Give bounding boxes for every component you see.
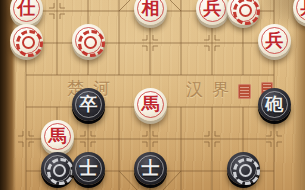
- hidden-rosette-pattern: [47, 158, 74, 185]
- piece-black-soldier[interactable]: 卒: [72, 88, 105, 121]
- piece-black-hidden[interactable]: [227, 152, 260, 185]
- piece-red-hidden[interactable]: [10, 24, 43, 57]
- piece-character: 兵: [266, 31, 284, 49]
- piece-black-advisor[interactable]: 士: [72, 152, 105, 185]
- piece-character: 士: [142, 159, 160, 177]
- seal-stamp: [238, 84, 251, 99]
- piece-red-soldier[interactable]: 兵: [258, 24, 291, 57]
- piece-character: 馬: [142, 95, 160, 113]
- piece-character: 兵: [204, 0, 222, 17]
- piece-character: 士: [80, 159, 98, 177]
- piece-black-advisor[interactable]: 士: [134, 152, 167, 185]
- piece-red-hidden[interactable]: [72, 24, 105, 57]
- xiangqi-board: 楚河 汉界 仕相兵兵卒馬砲馬士士 兵: [0, 0, 305, 190]
- piece-character: 砲: [266, 95, 284, 113]
- piece-character: 仕: [18, 0, 36, 17]
- piece-character: 卒: [80, 95, 98, 113]
- hidden-rosette-pattern: [78, 30, 105, 57]
- piece-black-hidden[interactable]: [41, 152, 74, 185]
- hidden-rosette-pattern: [16, 30, 43, 57]
- hidden-rosette-pattern: [233, 158, 260, 185]
- piece-red-horse[interactable]: 馬: [41, 120, 74, 153]
- piece-character: 馬: [49, 127, 67, 145]
- piece-red-horse[interactable]: 馬: [134, 88, 167, 121]
- piece-character: 相: [142, 0, 160, 17]
- piece-black-cannon[interactable]: 砲: [258, 88, 291, 121]
